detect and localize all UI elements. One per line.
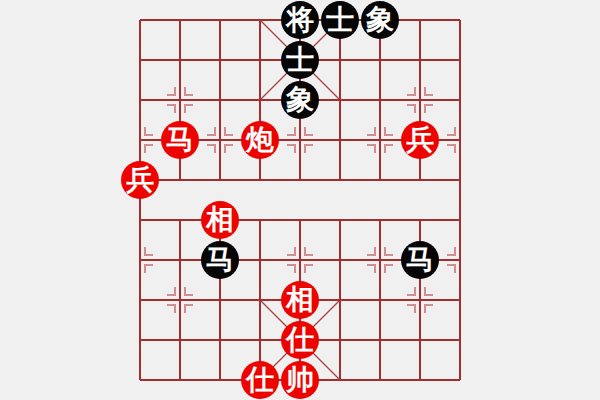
piece-black-horse-1[interactable]: 马	[201, 241, 239, 279]
piece-red-advisor-1[interactable]: 仕	[281, 321, 319, 359]
piece-red-pawn-2[interactable]: 兵	[121, 161, 159, 199]
piece-black-elephant-1[interactable]: 象	[361, 1, 399, 39]
piece-layer: 将士象士象马炮兵兵相马马相仕仕帅	[120, 0, 480, 400]
piece-black-horse-2[interactable]: 马	[401, 241, 439, 279]
piece-red-advisor-2[interactable]: 仕	[241, 361, 279, 399]
piece-red-horse[interactable]: 马	[161, 121, 199, 159]
piece-red-elephant-1[interactable]: 相	[201, 201, 239, 239]
piece-black-advisor-2[interactable]: 士	[281, 41, 319, 79]
piece-red-pawn-1[interactable]: 兵	[401, 121, 439, 159]
piece-red-general[interactable]: 帅	[281, 361, 319, 399]
piece-black-advisor-1[interactable]: 士	[321, 1, 359, 39]
piece-red-elephant-2[interactable]: 相	[281, 281, 319, 319]
piece-black-general[interactable]: 将	[281, 1, 319, 39]
xiangqi-board: 将士象士象马炮兵兵相马马相仕仕帅	[0, 0, 600, 400]
piece-red-cannon[interactable]: 炮	[241, 121, 279, 159]
piece-black-elephant-2[interactable]: 象	[281, 81, 319, 119]
